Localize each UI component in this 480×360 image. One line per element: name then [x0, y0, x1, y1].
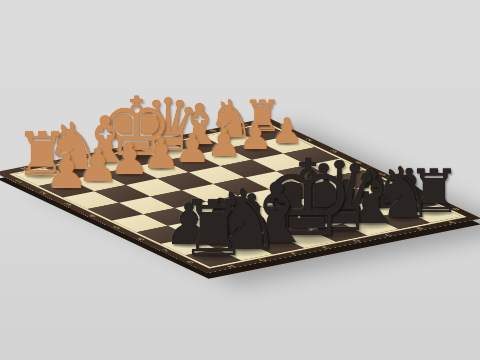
- piece-white-pawn-c2[interactable]: ♟: [206, 123, 241, 162]
- piece-white-pawn-h2[interactable]: ♟: [45, 146, 88, 194]
- piece-black-rook-h8[interactable]: ♜: [179, 191, 247, 267]
- piece-white-pawn-d2[interactable]: ♟: [175, 128, 211, 168]
- chess-scene: HHGGFFEEDDCCBBAA1122334455667788 ♜♞♝♛♚♝♞…: [0, 0, 480, 360]
